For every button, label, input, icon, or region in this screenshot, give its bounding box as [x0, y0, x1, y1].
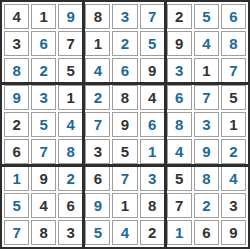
cell-r4c2[interactable]: 3: [31, 85, 56, 110]
sudoku-grid: 4198372563671259488254693179312846752547…: [2, 2, 248, 247]
cell-r1c4[interactable]: 8: [85, 4, 110, 29]
cell-r1c7[interactable]: 2: [167, 4, 192, 29]
cell-r7c6[interactable]: 3: [140, 166, 165, 191]
cell-r9c6[interactable]: 2: [140, 220, 165, 245]
cell-r8c6[interactable]: 8: [140, 193, 165, 218]
cell-r6c8[interactable]: 9: [194, 139, 219, 164]
cell-r6c5[interactable]: 5: [112, 139, 137, 164]
cell-r8c2[interactable]: 4: [31, 193, 56, 218]
cell-r2c2[interactable]: 6: [31, 31, 56, 56]
cell-r4c5[interactable]: 8: [112, 85, 137, 110]
cell-r7c5[interactable]: 7: [112, 166, 137, 191]
cell-r1c8[interactable]: 5: [194, 4, 219, 29]
cell-r2c9[interactable]: 8: [221, 31, 246, 56]
cell-r5c4[interactable]: 7: [85, 112, 110, 137]
cell-r5c2[interactable]: 5: [31, 112, 56, 137]
cell-r3c6[interactable]: 9: [140, 58, 165, 83]
cell-r1c5[interactable]: 3: [112, 4, 137, 29]
cell-r5c7[interactable]: 8: [167, 112, 192, 137]
cell-r3c3[interactable]: 5: [58, 58, 83, 83]
cell-r6c4[interactable]: 3: [85, 139, 110, 164]
cell-r9c8[interactable]: 6: [194, 220, 219, 245]
cell-r6c2[interactable]: 7: [31, 139, 56, 164]
cell-r6c1[interactable]: 6: [4, 139, 29, 164]
cell-r8c1[interactable]: 5: [4, 193, 29, 218]
cell-r5c8[interactable]: 3: [194, 112, 219, 137]
cell-r9c1[interactable]: 7: [4, 220, 29, 245]
cell-r4c1[interactable]: 9: [4, 85, 29, 110]
cell-r4c4[interactable]: 2: [85, 85, 110, 110]
cell-r2c4[interactable]: 1: [85, 31, 110, 56]
cell-r7c3[interactable]: 2: [58, 166, 83, 191]
cell-r7c4[interactable]: 6: [85, 166, 110, 191]
cell-r4c6[interactable]: 4: [140, 85, 165, 110]
cell-r4c9[interactable]: 5: [221, 85, 246, 110]
cell-r3c1[interactable]: 8: [4, 58, 29, 83]
cell-r4c7[interactable]: 6: [167, 85, 192, 110]
cell-r9c7[interactable]: 1: [167, 220, 192, 245]
cell-r1c1[interactable]: 4: [4, 4, 29, 29]
cell-r5c9[interactable]: 1: [221, 112, 246, 137]
cell-r1c3[interactable]: 9: [58, 4, 83, 29]
cell-r2c1[interactable]: 3: [4, 31, 29, 56]
cell-r9c5[interactable]: 4: [112, 220, 137, 245]
cell-r5c1[interactable]: 2: [4, 112, 29, 137]
cell-r2c3[interactable]: 7: [58, 31, 83, 56]
cell-r8c3[interactable]: 6: [58, 193, 83, 218]
cell-r2c7[interactable]: 9: [167, 31, 192, 56]
cell-r6c9[interactable]: 2: [221, 139, 246, 164]
cell-r1c9[interactable]: 6: [221, 4, 246, 29]
cell-r4c3[interactable]: 1: [58, 85, 83, 110]
cell-r8c7[interactable]: 7: [167, 193, 192, 218]
cell-r9c2[interactable]: 8: [31, 220, 56, 245]
cell-r8c9[interactable]: 3: [221, 193, 246, 218]
cell-r8c5[interactable]: 1: [112, 193, 137, 218]
cell-r8c8[interactable]: 2: [194, 193, 219, 218]
cell-r6c3[interactable]: 8: [58, 139, 83, 164]
cell-r3c8[interactable]: 1: [194, 58, 219, 83]
cell-r7c9[interactable]: 4: [221, 166, 246, 191]
cell-r7c2[interactable]: 9: [31, 166, 56, 191]
cell-r5c6[interactable]: 6: [140, 112, 165, 137]
cell-r5c5[interactable]: 9: [112, 112, 137, 137]
cell-r3c5[interactable]: 6: [112, 58, 137, 83]
cell-r2c5[interactable]: 2: [112, 31, 137, 56]
cell-r3c9[interactable]: 7: [221, 58, 246, 83]
cell-r9c3[interactable]: 3: [58, 220, 83, 245]
cell-r6c7[interactable]: 4: [167, 139, 192, 164]
cell-r7c8[interactable]: 8: [194, 166, 219, 191]
cell-r8c4[interactable]: 9: [85, 193, 110, 218]
cell-r2c8[interactable]: 4: [194, 31, 219, 56]
cell-r6c6[interactable]: 1: [140, 139, 165, 164]
sudoku-board: 4198372563671259488254693179312846752547…: [0, 0, 250, 249]
cell-r5c3[interactable]: 4: [58, 112, 83, 137]
cell-r4c8[interactable]: 7: [194, 85, 219, 110]
cell-r7c7[interactable]: 5: [167, 166, 192, 191]
cell-r9c9[interactable]: 9: [221, 220, 246, 245]
cell-r3c7[interactable]: 3: [167, 58, 192, 83]
cell-r3c4[interactable]: 4: [85, 58, 110, 83]
cell-r7c1[interactable]: 1: [4, 166, 29, 191]
cell-r9c4[interactable]: 5: [85, 220, 110, 245]
cell-r1c2[interactable]: 1: [31, 4, 56, 29]
cell-r2c6[interactable]: 5: [140, 31, 165, 56]
cell-r1c6[interactable]: 7: [140, 4, 165, 29]
cell-r3c2[interactable]: 2: [31, 58, 56, 83]
